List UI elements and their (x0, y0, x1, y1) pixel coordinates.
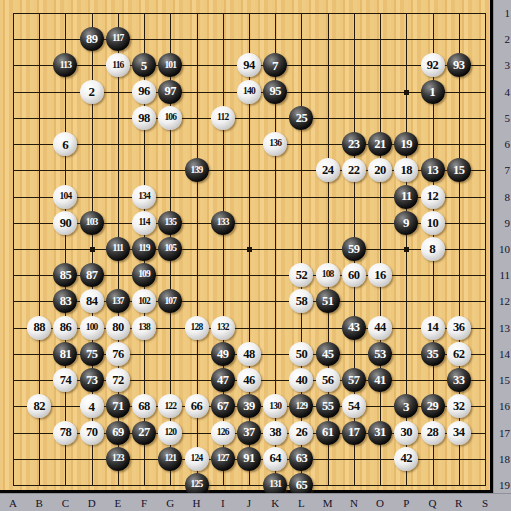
stone-black-35[interactable]: 35 (421, 342, 445, 366)
row-label-6: 6 (494, 138, 510, 150)
stone-black-63[interactable]: 63 (289, 447, 313, 471)
stone-black-9[interactable]: 9 (394, 211, 418, 235)
stone-white-24[interactable]: 24 (316, 158, 340, 182)
stone-white-2[interactable]: 2 (80, 80, 104, 104)
stone-black-17[interactable]: 17 (342, 421, 366, 445)
stone-black-97[interactable]: 97 (158, 80, 182, 104)
stone-white-12[interactable]: 12 (421, 185, 445, 209)
stone-black-133[interactable]: 133 (211, 211, 235, 235)
stone-white-100[interactable]: 100 (80, 316, 104, 340)
stone-white-132[interactable]: 132 (211, 316, 235, 340)
row-label-4: 4 (494, 86, 510, 98)
stone-black-7[interactable]: 7 (263, 53, 287, 77)
stone-white-44[interactable]: 44 (368, 316, 392, 340)
stone-black-61[interactable]: 61 (316, 421, 340, 445)
stone-white-106[interactable]: 106 (158, 106, 182, 130)
stone-white-16[interactable]: 16 (368, 263, 392, 287)
stone-white-120[interactable]: 120 (158, 421, 182, 445)
row-label-5: 5 (494, 112, 510, 124)
stone-white-50[interactable]: 50 (289, 342, 313, 366)
stone-white-130[interactable]: 130 (263, 394, 287, 418)
stone-black-107[interactable]: 107 (158, 289, 182, 313)
row-label-1: 1 (494, 7, 510, 19)
column-label-J: J (242, 497, 256, 509)
stone-white-14[interactable]: 14 (421, 316, 445, 340)
row-label-19: 19 (494, 479, 510, 491)
column-label-E: E (111, 497, 125, 509)
row-label-strip: 12345678910111213141516171819 (493, 0, 511, 511)
stone-black-13[interactable]: 13 (421, 158, 445, 182)
star-point (404, 247, 409, 252)
stone-white-54[interactable]: 54 (342, 394, 366, 418)
stone-black-135[interactable]: 135 (158, 211, 182, 235)
stone-black-67[interactable]: 67 (211, 394, 235, 418)
stone-black-121[interactable]: 121 (158, 447, 182, 471)
stone-black-25[interactable]: 25 (289, 106, 313, 130)
stone-white-68[interactable]: 68 (132, 394, 156, 418)
stone-black-87[interactable]: 87 (80, 263, 104, 287)
stone-black-75[interactable]: 75 (80, 342, 104, 366)
stone-white-92[interactable]: 92 (421, 53, 445, 77)
row-label-15: 15 (494, 374, 510, 386)
column-label-K: K (268, 497, 282, 509)
stone-white-112[interactable]: 112 (211, 106, 235, 130)
stone-white-104[interactable]: 104 (53, 185, 77, 209)
stone-white-36[interactable]: 36 (447, 316, 471, 340)
row-label-2: 2 (494, 33, 510, 45)
stone-white-46[interactable]: 46 (237, 368, 261, 392)
stone-black-111[interactable]: 111 (106, 237, 130, 261)
stone-white-136[interactable]: 136 (263, 132, 287, 156)
stone-black-15[interactable]: 15 (447, 158, 471, 182)
row-label-7: 7 (494, 164, 510, 176)
stone-white-30[interactable]: 30 (394, 421, 418, 445)
row-label-13: 13 (494, 322, 510, 334)
stone-black-105[interactable]: 105 (158, 237, 182, 261)
stone-white-56[interactable]: 56 (316, 368, 340, 392)
column-label-C: C (58, 497, 72, 509)
stone-white-26[interactable]: 26 (289, 421, 313, 445)
stone-black-39[interactable]: 39 (237, 394, 261, 418)
grid-line-horizontal (13, 485, 486, 486)
stone-white-52[interactable]: 52 (289, 263, 313, 287)
stone-white-140[interactable]: 140 (237, 80, 261, 104)
stone-black-27[interactable]: 27 (132, 421, 156, 445)
row-label-16: 16 (494, 400, 510, 412)
row-label-18: 18 (494, 453, 510, 465)
stone-white-98[interactable]: 98 (132, 106, 156, 130)
stone-black-91[interactable]: 91 (237, 447, 261, 471)
row-label-17: 17 (494, 427, 510, 439)
stone-white-102[interactable]: 102 (132, 289, 156, 313)
stone-black-69[interactable]: 69 (106, 421, 130, 445)
row-label-9: 9 (494, 217, 510, 229)
column-label-F: F (137, 497, 151, 509)
star-point (404, 90, 409, 95)
stone-black-123[interactable]: 123 (106, 447, 130, 471)
stone-white-4[interactable]: 4 (80, 394, 104, 418)
stone-black-127[interactable]: 127 (211, 447, 235, 471)
stone-black-129[interactable]: 129 (289, 394, 313, 418)
stone-black-85[interactable]: 85 (53, 263, 77, 287)
stone-black-19[interactable]: 19 (394, 132, 418, 156)
stone-black-55[interactable]: 55 (316, 394, 340, 418)
row-label-11: 11 (494, 269, 510, 281)
stone-white-48[interactable]: 48 (237, 342, 261, 366)
stone-white-62[interactable]: 62 (447, 342, 471, 366)
stone-white-6[interactable]: 6 (53, 132, 77, 156)
stone-white-76[interactable]: 76 (106, 342, 130, 366)
stone-black-21[interactable]: 21 (368, 132, 392, 156)
stone-white-20[interactable]: 20 (368, 158, 392, 182)
column-label-D: D (85, 497, 99, 509)
column-label-strip: ABCDEFGHIJKLMNOPQRS (0, 493, 511, 511)
stone-white-8[interactable]: 8 (421, 237, 445, 261)
stone-black-89[interactable]: 89 (80, 27, 104, 51)
stone-white-124[interactable]: 124 (185, 447, 209, 471)
column-label-Q: Q (426, 497, 440, 509)
column-label-G: G (163, 497, 177, 509)
stone-black-113[interactable]: 113 (53, 53, 77, 77)
stone-white-38[interactable]: 38 (263, 421, 287, 445)
column-label-B: B (32, 497, 46, 509)
column-label-R: R (452, 497, 466, 509)
stone-white-134[interactable]: 134 (132, 185, 156, 209)
stone-black-139[interactable]: 139 (185, 158, 209, 182)
column-label-I: I (216, 497, 230, 509)
stone-black-59[interactable]: 59 (342, 237, 366, 261)
grid-line-vertical (380, 13, 381, 486)
stone-black-41[interactable]: 41 (368, 368, 392, 392)
stone-black-95[interactable]: 95 (263, 80, 287, 104)
column-label-P: P (399, 497, 413, 509)
stone-white-108[interactable]: 108 (316, 263, 340, 287)
star-point (90, 247, 95, 252)
stone-white-82[interactable]: 82 (27, 394, 51, 418)
star-point (247, 247, 252, 252)
stone-white-78[interactable]: 78 (53, 421, 77, 445)
stone-black-37[interactable]: 37 (237, 421, 261, 445)
row-label-3: 3 (494, 59, 510, 71)
stone-black-53[interactable]: 53 (368, 342, 392, 366)
stone-black-137[interactable]: 137 (106, 289, 130, 313)
stone-black-45[interactable]: 45 (316, 342, 340, 366)
column-label-A: A (6, 497, 20, 509)
stone-white-40[interactable]: 40 (289, 368, 313, 392)
stone-white-94[interactable]: 94 (237, 53, 261, 77)
stone-white-32[interactable]: 32 (447, 394, 471, 418)
stone-black-3[interactable]: 3 (394, 394, 418, 418)
stone-white-66[interactable]: 66 (185, 394, 209, 418)
stone-white-122[interactable]: 122 (158, 394, 182, 418)
stone-black-49[interactable]: 49 (211, 342, 235, 366)
column-label-H: H (190, 497, 204, 509)
stone-black-109[interactable]: 109 (132, 263, 156, 287)
stone-black-51[interactable]: 51 (316, 289, 340, 313)
grid-line-vertical (485, 13, 486, 486)
stone-black-81[interactable]: 81 (53, 342, 77, 366)
go-board[interactable]: 1234567891011121314151617181920212223242… (0, 0, 493, 493)
stone-white-96[interactable]: 96 (132, 80, 156, 104)
stone-white-74[interactable]: 74 (53, 368, 77, 392)
stone-white-10[interactable]: 10 (421, 211, 445, 235)
stone-white-28[interactable]: 28 (421, 421, 445, 445)
column-label-O: O (373, 497, 387, 509)
stone-black-71[interactable]: 71 (106, 394, 130, 418)
column-label-S: S (478, 497, 492, 509)
row-label-14: 14 (494, 348, 510, 360)
stone-white-58[interactable]: 58 (289, 289, 313, 313)
stone-white-128[interactable]: 128 (185, 316, 209, 340)
row-label-12: 12 (494, 295, 510, 307)
row-label-8: 8 (494, 191, 510, 203)
stone-white-84[interactable]: 84 (80, 289, 104, 313)
stone-black-119[interactable]: 119 (132, 237, 156, 261)
stone-black-57[interactable]: 57 (342, 368, 366, 392)
stone-black-1[interactable]: 1 (421, 80, 445, 104)
stone-black-11[interactable]: 11 (394, 185, 418, 209)
stone-white-60[interactable]: 60 (342, 263, 366, 287)
stone-white-70[interactable]: 70 (80, 421, 104, 445)
stone-black-93[interactable]: 93 (447, 53, 471, 77)
column-label-N: N (347, 497, 361, 509)
stone-white-90[interactable]: 90 (53, 211, 77, 235)
stone-black-5[interactable]: 5 (132, 53, 156, 77)
stone-white-42[interactable]: 42 (394, 447, 418, 471)
stone-white-18[interactable]: 18 (394, 158, 418, 182)
stone-white-80[interactable]: 80 (106, 316, 130, 340)
stone-black-33[interactable]: 33 (447, 368, 471, 392)
stone-white-88[interactable]: 88 (27, 316, 51, 340)
stone-black-29[interactable]: 29 (421, 394, 445, 418)
column-label-M: M (321, 497, 335, 509)
stone-black-83[interactable]: 83 (53, 289, 77, 313)
stone-black-103[interactable]: 103 (80, 211, 104, 235)
stone-black-43[interactable]: 43 (342, 316, 366, 340)
stone-black-101[interactable]: 101 (158, 53, 182, 77)
stone-black-117[interactable]: 117 (106, 27, 130, 51)
stone-black-23[interactable]: 23 (342, 132, 366, 156)
stone-white-34[interactable]: 34 (447, 421, 471, 445)
stone-white-138[interactable]: 138 (132, 316, 156, 340)
stone-black-47[interactable]: 47 (211, 368, 235, 392)
stone-white-72[interactable]: 72 (106, 368, 130, 392)
stone-white-114[interactable]: 114 (132, 211, 156, 235)
stone-black-31[interactable]: 31 (368, 421, 392, 445)
row-label-10: 10 (494, 243, 510, 255)
go-diagram: 1234567891011121314151617181920212223242… (0, 0, 511, 511)
stone-white-126[interactable]: 126 (211, 421, 235, 445)
stone-white-86[interactable]: 86 (53, 316, 77, 340)
stone-white-64[interactable]: 64 (263, 447, 287, 471)
stone-black-73[interactable]: 73 (80, 368, 104, 392)
stone-white-22[interactable]: 22 (342, 158, 366, 182)
stone-white-116[interactable]: 116 (106, 53, 130, 77)
column-label-L: L (294, 497, 308, 509)
